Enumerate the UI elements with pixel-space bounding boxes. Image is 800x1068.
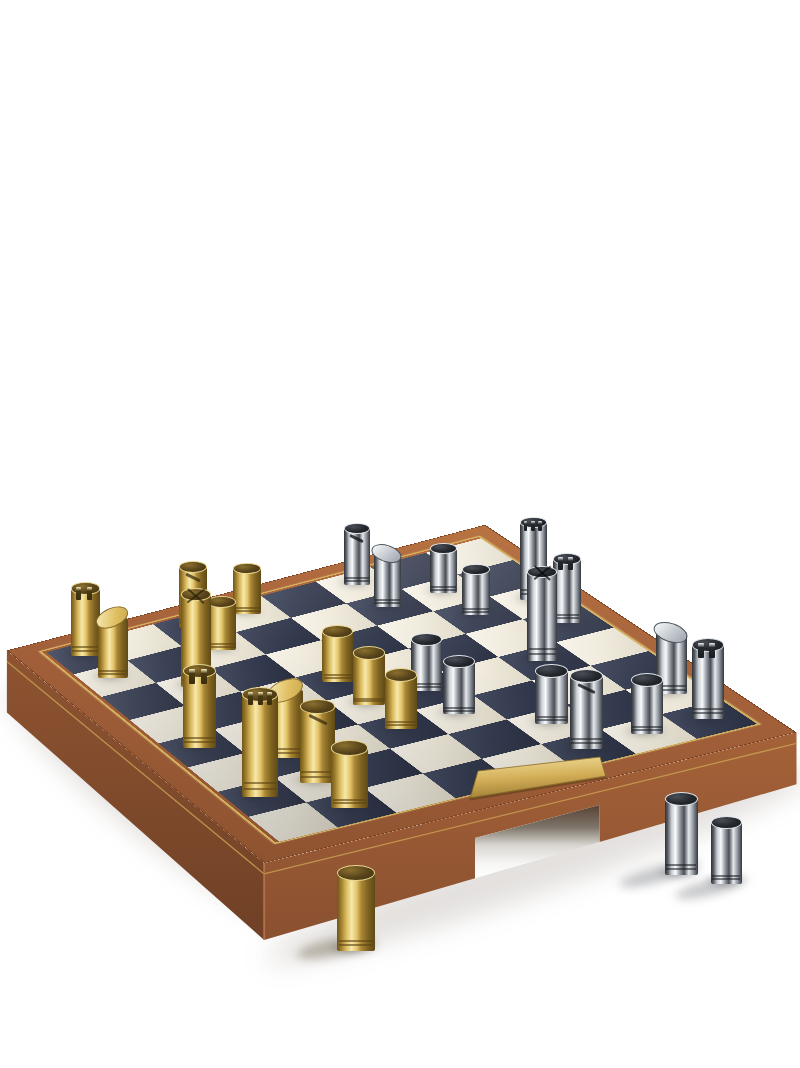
drawer-handle-layer bbox=[0, 0, 800, 1068]
chess-set-product-photo bbox=[0, 0, 800, 1068]
drawer-handle bbox=[470, 757, 606, 799]
